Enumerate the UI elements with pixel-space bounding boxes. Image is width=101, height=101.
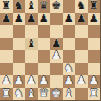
white-queen-piece: ♛ bbox=[39, 87, 49, 100]
square-f1[interactable]: ♝ bbox=[63, 88, 76, 101]
square-h4[interactable] bbox=[88, 50, 101, 63]
square-b1[interactable]: ♞ bbox=[13, 88, 26, 101]
square-d6[interactable] bbox=[38, 25, 51, 38]
square-g4[interactable] bbox=[75, 50, 88, 63]
white-rook-piece: ♜ bbox=[89, 87, 99, 100]
white-bishop-piece: ♝ bbox=[64, 87, 74, 100]
black-pawn-piece: ♟ bbox=[14, 12, 24, 25]
black-pawn-piece: ♟ bbox=[1, 12, 11, 25]
white-knight-piece: ♞ bbox=[14, 87, 24, 100]
square-c5[interactable]: ♝ bbox=[25, 38, 38, 51]
black-pawn-piece: ♟ bbox=[39, 12, 49, 25]
black-pawn-piece: ♟ bbox=[76, 12, 86, 25]
square-a5[interactable] bbox=[0, 38, 13, 51]
square-c4[interactable] bbox=[25, 50, 38, 63]
chess-board: ♜♞♝♛♚♞♜♟♟♟♟♟♟♟♝♟♟♞♟♟♟♟♟♟♟♜♞♝♛♚♝♜ bbox=[0, 0, 100, 100]
square-h6[interactable] bbox=[88, 25, 101, 38]
black-bishop-piece: ♝ bbox=[26, 37, 36, 50]
square-b4[interactable] bbox=[13, 50, 26, 63]
board-bottom-edge bbox=[0, 100, 100, 101]
square-e8[interactable]: ♚ bbox=[50, 0, 63, 13]
square-a7[interactable]: ♟ bbox=[0, 13, 13, 26]
square-g7[interactable]: ♟ bbox=[75, 13, 88, 26]
square-g2[interactable]: ♟ bbox=[75, 75, 88, 88]
black-pawn-piece: ♟ bbox=[89, 12, 99, 25]
square-e3[interactable] bbox=[50, 63, 63, 76]
square-h5[interactable] bbox=[88, 38, 101, 51]
square-e7[interactable] bbox=[50, 13, 63, 26]
black-pawn-piece: ♟ bbox=[26, 12, 36, 25]
square-e1[interactable]: ♚ bbox=[50, 88, 63, 101]
square-d4[interactable] bbox=[38, 50, 51, 63]
square-d1[interactable]: ♛ bbox=[38, 88, 51, 101]
white-pawn-piece: ♟ bbox=[51, 50, 61, 63]
square-f7[interactable]: ♟ bbox=[63, 13, 76, 26]
square-e4[interactable]: ♟ bbox=[50, 50, 63, 63]
square-d7[interactable]: ♟ bbox=[38, 13, 51, 26]
white-rook-piece: ♜ bbox=[1, 87, 11, 100]
square-g5[interactable] bbox=[75, 38, 88, 51]
square-b5[interactable] bbox=[13, 38, 26, 51]
square-d5[interactable] bbox=[38, 38, 51, 51]
white-pawn-piece: ♟ bbox=[76, 75, 86, 88]
square-b7[interactable]: ♟ bbox=[13, 13, 26, 26]
square-g1[interactable] bbox=[75, 88, 88, 101]
square-c7[interactable]: ♟ bbox=[25, 13, 38, 26]
square-f5[interactable] bbox=[63, 38, 76, 51]
chess-board-wrap: ♜♞♝♛♚♞♜♟♟♟♟♟♟♟♝♟♟♞♟♟♟♟♟♟♟♜♞♝♛♚♝♜ bbox=[0, 0, 100, 101]
black-king-piece: ♚ bbox=[51, 0, 61, 12]
square-h7[interactable]: ♟ bbox=[88, 13, 101, 26]
black-pawn-piece: ♟ bbox=[64, 12, 74, 25]
square-f6[interactable] bbox=[63, 25, 76, 38]
square-h1[interactable]: ♜ bbox=[88, 88, 101, 101]
square-b6[interactable] bbox=[13, 25, 26, 38]
square-c1[interactable]: ♝ bbox=[25, 88, 38, 101]
white-king-piece: ♚ bbox=[51, 87, 61, 100]
square-a6[interactable] bbox=[0, 25, 13, 38]
square-a4[interactable] bbox=[0, 50, 13, 63]
white-bishop-piece: ♝ bbox=[26, 87, 36, 100]
square-g6[interactable] bbox=[75, 25, 88, 38]
square-a1[interactable]: ♜ bbox=[0, 88, 13, 101]
